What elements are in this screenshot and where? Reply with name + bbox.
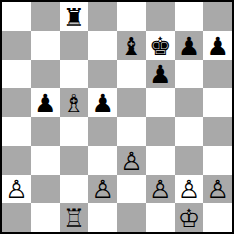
square-d3[interactable] bbox=[88, 146, 117, 175]
square-h2[interactable]: ♙ bbox=[203, 175, 232, 204]
square-c3[interactable] bbox=[60, 146, 89, 175]
square-b2[interactable] bbox=[31, 175, 60, 204]
square-a6[interactable] bbox=[2, 60, 31, 89]
piece-white-king[interactable]: ♔ bbox=[178, 206, 200, 231]
piece-black-pawn[interactable]: ♟ bbox=[91, 91, 113, 116]
square-f5[interactable] bbox=[146, 88, 175, 117]
square-c8[interactable]: ♜ bbox=[60, 2, 89, 31]
square-g6[interactable] bbox=[175, 60, 204, 89]
square-e2[interactable] bbox=[117, 175, 146, 204]
square-d8[interactable] bbox=[88, 2, 117, 31]
square-h6[interactable] bbox=[203, 60, 232, 89]
square-a1[interactable] bbox=[2, 203, 31, 232]
square-d6[interactable] bbox=[88, 60, 117, 89]
square-b4[interactable] bbox=[31, 117, 60, 146]
square-e5[interactable] bbox=[117, 88, 146, 117]
square-d4[interactable] bbox=[88, 117, 117, 146]
square-f6[interactable]: ♟ bbox=[146, 60, 175, 89]
chess-diagram: ♜♝♚♟♟♟♟♗♟♙♙♙♙♙♙♖♔ bbox=[0, 0, 234, 234]
piece-white-pawn[interactable]: ♙ bbox=[149, 177, 171, 202]
piece-black-bishop[interactable]: ♝ bbox=[120, 34, 142, 59]
square-g5[interactable] bbox=[175, 88, 204, 117]
piece-white-bishop[interactable]: ♗ bbox=[63, 91, 85, 116]
square-b3[interactable] bbox=[31, 146, 60, 175]
square-c4[interactable] bbox=[60, 117, 89, 146]
square-h7[interactable]: ♟ bbox=[203, 31, 232, 60]
piece-black-pawn[interactable]: ♟ bbox=[34, 91, 56, 116]
square-b8[interactable] bbox=[31, 2, 60, 31]
square-g2[interactable]: ♙ bbox=[175, 175, 204, 204]
piece-white-pawn[interactable]: ♙ bbox=[91, 177, 113, 202]
piece-black-pawn[interactable]: ♟ bbox=[206, 34, 228, 59]
square-e3[interactable]: ♙ bbox=[117, 146, 146, 175]
square-f8[interactable] bbox=[146, 2, 175, 31]
square-c5[interactable]: ♗ bbox=[60, 88, 89, 117]
piece-white-pawn[interactable]: ♙ bbox=[120, 149, 142, 174]
piece-white-pawn[interactable]: ♙ bbox=[178, 177, 200, 202]
square-c1[interactable]: ♖ bbox=[60, 203, 89, 232]
piece-black-king[interactable]: ♚ bbox=[149, 34, 171, 59]
square-g8[interactable] bbox=[175, 2, 204, 31]
square-h3[interactable] bbox=[203, 146, 232, 175]
square-g1[interactable]: ♔ bbox=[175, 203, 204, 232]
square-e7[interactable]: ♝ bbox=[117, 31, 146, 60]
square-f3[interactable] bbox=[146, 146, 175, 175]
square-e8[interactable] bbox=[117, 2, 146, 31]
square-b6[interactable] bbox=[31, 60, 60, 89]
square-b5[interactable]: ♟ bbox=[31, 88, 60, 117]
square-a4[interactable] bbox=[2, 117, 31, 146]
square-d2[interactable]: ♙ bbox=[88, 175, 117, 204]
square-f2[interactable]: ♙ bbox=[146, 175, 175, 204]
piece-white-pawn[interactable]: ♙ bbox=[206, 177, 228, 202]
piece-black-pawn[interactable]: ♟ bbox=[149, 62, 171, 87]
square-e4[interactable] bbox=[117, 117, 146, 146]
piece-black-rook[interactable]: ♜ bbox=[63, 5, 85, 30]
square-a7[interactable] bbox=[2, 31, 31, 60]
square-c6[interactable] bbox=[60, 60, 89, 89]
square-g3[interactable] bbox=[175, 146, 204, 175]
square-h4[interactable] bbox=[203, 117, 232, 146]
square-f7[interactable]: ♚ bbox=[146, 31, 175, 60]
square-a5[interactable] bbox=[2, 88, 31, 117]
square-b1[interactable] bbox=[31, 203, 60, 232]
square-c7[interactable] bbox=[60, 31, 89, 60]
square-d7[interactable] bbox=[88, 31, 117, 60]
piece-white-rook[interactable]: ♖ bbox=[63, 206, 85, 231]
square-d1[interactable] bbox=[88, 203, 117, 232]
square-g7[interactable]: ♟ bbox=[175, 31, 204, 60]
square-c2[interactable] bbox=[60, 175, 89, 204]
square-g4[interactable] bbox=[175, 117, 204, 146]
piece-white-pawn[interactable]: ♙ bbox=[5, 177, 27, 202]
square-e6[interactable] bbox=[117, 60, 146, 89]
square-b7[interactable] bbox=[31, 31, 60, 60]
square-h1[interactable] bbox=[203, 203, 232, 232]
square-d5[interactable]: ♟ bbox=[88, 88, 117, 117]
square-a2[interactable]: ♙ bbox=[2, 175, 31, 204]
square-h5[interactable] bbox=[203, 88, 232, 117]
square-e1[interactable] bbox=[117, 203, 146, 232]
square-a3[interactable] bbox=[2, 146, 31, 175]
piece-black-pawn[interactable]: ♟ bbox=[178, 34, 200, 59]
square-f1[interactable] bbox=[146, 203, 175, 232]
square-h8[interactable] bbox=[203, 2, 232, 31]
square-a8[interactable] bbox=[2, 2, 31, 31]
chess-board[interactable]: ♜♝♚♟♟♟♟♗♟♙♙♙♙♙♙♖♔ bbox=[0, 0, 234, 234]
square-f4[interactable] bbox=[146, 117, 175, 146]
